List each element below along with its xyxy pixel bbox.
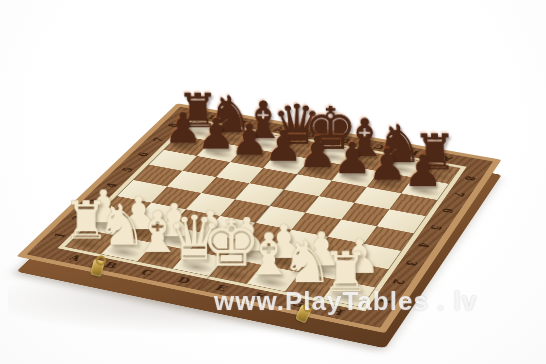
product-photo: ABCDEFGH ABCDEFGH 87654321 87654321 ♜♞♝♛… [0,0,546,364]
rank-label-right-8: 8 [449,171,491,186]
black-pawn-glyph: ♟ [231,119,269,161]
black-pawn-glyph: ♟ [403,150,442,193]
black-pawn-glyph: ♟ [197,113,235,155]
black-pawn-glyph: ♟ [264,125,302,167]
black-pawn-glyph: ♟ [298,131,336,174]
watermark: www.PlayTables . lv [214,286,477,317]
black-pawn-glyph: ♟ [333,137,371,180]
black-pawn-glyph: ♟ [368,143,407,186]
